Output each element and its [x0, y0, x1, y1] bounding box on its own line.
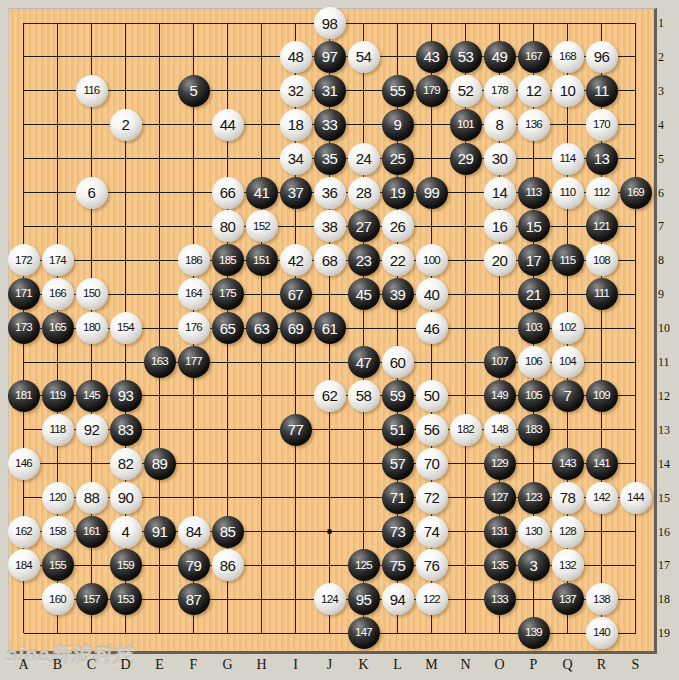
move-number: 10	[560, 83, 576, 98]
move-number: 161	[83, 526, 100, 538]
move-number: 65	[220, 321, 236, 336]
move-number: 73	[390, 524, 406, 539]
move-number: 186	[185, 255, 202, 267]
move-number: 52	[458, 83, 474, 98]
move-number: 22	[390, 253, 406, 268]
move-number: 13	[594, 151, 610, 166]
stone-black-151-H8: 151	[246, 244, 278, 276]
move-number: 139	[525, 627, 542, 639]
stone-black-5-F3: 5	[178, 75, 210, 107]
move-number: 106	[525, 356, 542, 368]
stone-black-155-B17: 155	[42, 549, 74, 581]
stone-black-171-A9: 171	[8, 278, 40, 310]
move-number: 41	[254, 185, 270, 200]
move-number: 152	[253, 221, 270, 233]
stone-black-21-P9: 21	[518, 278, 550, 310]
move-number: 56	[424, 422, 440, 437]
stone-black-59-L12: 59	[382, 380, 414, 412]
move-number: 46	[424, 321, 440, 336]
move-number: 18	[288, 117, 304, 132]
stone-black-13-R5: 13	[586, 143, 618, 175]
move-number: 71	[390, 490, 406, 505]
move-number: 58	[356, 388, 372, 403]
stone-white-160-B18: 160	[42, 583, 74, 615]
col-label-B: B	[47, 657, 69, 673]
move-number: 31	[322, 83, 338, 98]
move-number: 101	[457, 119, 474, 131]
stone-black-95-K18: 95	[348, 583, 380, 615]
move-number: 63	[254, 321, 270, 336]
stone-white-36-J6: 36	[314, 177, 346, 209]
move-number: 164	[185, 288, 202, 300]
stone-white-140-R19: 140	[586, 617, 618, 649]
move-number: 57	[390, 456, 406, 471]
move-number: 17	[526, 253, 542, 268]
stone-white-84-F16: 84	[178, 516, 210, 548]
move-number: 145	[83, 390, 100, 402]
col-label-D: D	[115, 657, 137, 673]
move-number: 83	[118, 422, 134, 437]
stone-black-83-D13: 83	[110, 414, 142, 446]
move-number: 75	[390, 558, 406, 573]
col-label-M: M	[421, 657, 443, 673]
stone-black-53-N2: 53	[450, 41, 482, 73]
stone-black-135-O17: 135	[484, 549, 516, 581]
stone-white-28-K6: 28	[348, 177, 380, 209]
row-label-9: 9	[658, 287, 678, 302]
move-number: 173	[15, 322, 32, 334]
move-number: 118	[50, 424, 66, 436]
move-number: 87	[186, 592, 202, 607]
move-number: 62	[322, 388, 338, 403]
stone-white-150-C9: 150	[76, 278, 108, 310]
move-number: 146	[15, 458, 32, 470]
move-number: 141	[593, 458, 610, 470]
stone-white-166-B9: 166	[42, 278, 74, 310]
move-number: 38	[322, 219, 338, 234]
move-number: 94	[390, 592, 406, 607]
move-number: 150	[83, 288, 100, 300]
move-number: 153	[117, 594, 134, 606]
move-number: 9	[394, 117, 402, 132]
move-number: 131	[491, 526, 508, 538]
stone-black-57-L14: 57	[382, 448, 414, 480]
move-number: 143	[559, 458, 576, 470]
stone-black-183-P13: 183	[518, 414, 550, 446]
move-number: 98	[322, 16, 338, 31]
stone-white-14-O6: 14	[484, 177, 516, 209]
stone-black-175-G9: 175	[212, 278, 244, 310]
stone-white-164-F9: 164	[178, 278, 210, 310]
row-label-5: 5	[658, 152, 678, 167]
move-number: 2	[122, 117, 130, 132]
col-label-F: F	[183, 657, 205, 673]
stone-black-39-L9: 39	[382, 278, 414, 310]
move-number: 72	[424, 490, 440, 505]
stone-black-85-G16: 85	[212, 516, 244, 548]
move-number: 166	[49, 288, 66, 300]
move-number: 54	[356, 49, 372, 64]
move-number: 109	[593, 390, 610, 402]
stone-white-106-P11: 106	[518, 346, 550, 378]
move-number: 155	[49, 560, 66, 572]
col-label-I: I	[285, 657, 307, 673]
stone-black-163-E11: 163	[144, 346, 176, 378]
col-label-Q: Q	[557, 657, 579, 673]
stone-white-186-F8: 186	[178, 244, 210, 276]
stone-white-74-M16: 74	[416, 516, 448, 548]
stone-white-72-M15: 72	[416, 482, 448, 514]
move-number: 158	[49, 526, 66, 538]
stone-black-169-S6: 169	[620, 177, 652, 209]
row-label-3: 3	[658, 84, 678, 99]
move-number: 154	[117, 322, 134, 334]
row-label-15: 15	[658, 491, 678, 506]
col-label-S: S	[625, 657, 647, 673]
row-label-12: 12	[658, 389, 678, 404]
stone-white-176-F10: 176	[178, 312, 210, 344]
move-number: 11	[594, 83, 609, 98]
move-number: 50	[424, 388, 440, 403]
stone-black-43-M2: 43	[416, 41, 448, 73]
stone-white-40-M9: 40	[416, 278, 448, 310]
move-number: 53	[458, 49, 474, 64]
move-number: 37	[288, 185, 304, 200]
move-number: 55	[390, 83, 406, 98]
col-label-C: C	[81, 657, 103, 673]
move-number: 23	[356, 253, 372, 268]
stone-black-29-N5: 29	[450, 143, 482, 175]
go-board-diagram: sina新浪科技 ABCDEFGHIJKLMNOPQRS123456789101…	[0, 0, 679, 680]
stone-white-132-Q17: 132	[552, 549, 584, 581]
stone-white-52-N3: 52	[450, 75, 482, 107]
move-number: 107	[491, 356, 508, 368]
stone-white-124-J18: 124	[314, 583, 346, 615]
stone-black-63-H10: 63	[246, 312, 278, 344]
stone-white-10-Q3: 10	[552, 75, 584, 107]
stone-white-110-Q6: 110	[552, 177, 584, 209]
stone-black-79-F17: 79	[178, 549, 210, 581]
move-number: 163	[151, 356, 168, 368]
stone-black-101-N4: 101	[450, 109, 482, 141]
move-number: 123	[525, 492, 542, 504]
move-number: 151	[253, 255, 270, 267]
stone-black-23-K8: 23	[348, 244, 380, 276]
stone-white-38-J7: 38	[314, 210, 346, 242]
row-label-8: 8	[658, 253, 678, 268]
col-label-A: A	[13, 657, 35, 673]
move-number: 51	[390, 422, 406, 437]
col-label-O: O	[489, 657, 511, 673]
move-number: 183	[525, 424, 542, 436]
stone-black-33-J4: 33	[314, 109, 346, 141]
move-number: 92	[84, 422, 100, 437]
move-number: 105	[525, 390, 542, 402]
stone-white-174-B8: 174	[42, 244, 74, 276]
col-label-K: K	[353, 657, 375, 673]
stone-white-86-G17: 86	[212, 549, 244, 581]
stone-black-77-I13: 77	[280, 414, 312, 446]
stone-white-178-O3: 178	[484, 75, 516, 107]
stone-black-91-E16: 91	[144, 516, 176, 548]
move-number: 182	[457, 424, 474, 436]
stone-black-167-P2: 167	[518, 41, 550, 73]
move-number: 108	[593, 255, 610, 267]
move-number: 147	[355, 627, 372, 639]
stone-black-147-K19: 147	[348, 617, 380, 649]
move-number: 113	[526, 187, 542, 199]
stone-black-45-K9: 45	[348, 278, 380, 310]
col-label-P: P	[523, 657, 545, 673]
stone-white-42-I8: 42	[280, 244, 312, 276]
move-number: 36	[322, 185, 338, 200]
stone-black-165-B10: 165	[42, 312, 74, 344]
stone-black-161-C16: 161	[76, 516, 108, 548]
move-number: 27	[356, 219, 372, 234]
row-label-14: 14	[658, 457, 678, 472]
stone-black-185-G8: 185	[212, 244, 244, 276]
move-number: 142	[593, 492, 610, 504]
move-number: 12	[526, 83, 542, 98]
stone-black-157-C18: 157	[76, 583, 108, 615]
stone-white-80-G7: 80	[212, 210, 244, 242]
stone-black-115-Q8: 115	[552, 244, 584, 276]
move-number: 82	[118, 456, 134, 471]
move-number: 103	[525, 322, 542, 334]
move-number: 67	[288, 287, 304, 302]
stone-white-62-J12: 62	[314, 380, 346, 412]
col-label-G: G	[217, 657, 239, 673]
move-number: 14	[492, 185, 508, 200]
stone-black-127-O15: 127	[484, 482, 516, 514]
move-number: 175	[219, 288, 236, 300]
move-number: 16	[492, 219, 508, 234]
row-label-11: 11	[658, 355, 678, 370]
move-number: 5	[190, 83, 198, 98]
stone-white-56-M13: 56	[416, 414, 448, 446]
stone-white-2-D4: 2	[110, 109, 142, 141]
stone-white-162-A16: 162	[8, 516, 40, 548]
move-number: 132	[559, 560, 576, 572]
stone-white-102-Q10: 102	[552, 312, 584, 344]
stone-white-82-D14: 82	[110, 448, 142, 480]
move-number: 179	[423, 85, 440, 97]
move-number: 115	[560, 255, 576, 267]
stone-black-139-P19: 139	[518, 617, 550, 649]
move-number: 114	[560, 153, 576, 165]
move-number: 165	[49, 322, 66, 334]
stone-black-123-P15: 123	[518, 482, 550, 514]
stone-white-76-M17: 76	[416, 549, 448, 581]
stone-white-120-B15: 120	[42, 482, 74, 514]
move-number: 100	[423, 255, 440, 267]
stone-white-88-C15: 88	[76, 482, 108, 514]
move-number: 59	[390, 388, 406, 403]
stone-white-4-D16: 4	[110, 516, 142, 548]
move-number: 159	[117, 560, 134, 572]
move-number: 91	[152, 524, 168, 539]
move-number: 77	[288, 422, 304, 437]
stone-black-67-I9: 67	[280, 278, 312, 310]
stone-black-87-F18: 87	[178, 583, 210, 615]
stone-white-148-O13: 148	[484, 414, 516, 446]
stone-black-65-G10: 65	[212, 312, 244, 344]
stone-black-137-Q18: 137	[552, 583, 584, 615]
move-number: 40	[424, 287, 440, 302]
move-number: 8	[496, 117, 504, 132]
stone-white-26-L7: 26	[382, 210, 414, 242]
stone-white-50-M12: 50	[416, 380, 448, 412]
stone-black-153-D18: 153	[110, 583, 142, 615]
stone-black-49-O2: 49	[484, 41, 516, 73]
col-label-E: E	[149, 657, 171, 673]
move-number: 121	[593, 221, 610, 233]
move-number: 80	[220, 219, 236, 234]
stone-black-143-Q14: 143	[552, 448, 584, 480]
move-number: 68	[322, 253, 338, 268]
stone-black-75-L17: 75	[382, 549, 414, 581]
move-number: 26	[390, 219, 406, 234]
move-number: 30	[492, 151, 508, 166]
row-label-13: 13	[658, 423, 678, 438]
move-number: 169	[627, 187, 644, 199]
move-number: 35	[322, 151, 338, 166]
col-label-L: L	[387, 657, 409, 673]
move-number: 168	[559, 51, 576, 63]
move-number: 144	[627, 492, 644, 504]
stone-white-146-A14: 146	[8, 448, 40, 480]
move-number: 39	[390, 287, 406, 302]
stone-black-125-K17: 125	[348, 549, 380, 581]
stone-white-154-D10: 154	[110, 312, 142, 344]
stone-black-103-P10: 103	[518, 312, 550, 344]
row-label-19: 19	[658, 626, 678, 641]
move-number: 74	[424, 524, 440, 539]
move-number: 97	[322, 49, 338, 64]
move-number: 33	[322, 117, 338, 132]
move-number: 124	[321, 594, 338, 606]
move-number: 125	[355, 560, 372, 572]
move-number: 28	[356, 185, 372, 200]
move-number: 21	[526, 287, 542, 302]
move-number: 66	[220, 185, 236, 200]
stone-black-35-J5: 35	[314, 143, 346, 175]
move-number: 116	[84, 85, 100, 97]
move-number: 86	[220, 558, 236, 573]
move-number: 160	[49, 594, 66, 606]
stone-white-130-P16: 130	[518, 516, 550, 548]
move-number: 185	[219, 255, 236, 267]
stone-black-7-Q12: 7	[552, 380, 584, 412]
stone-white-136-P4: 136	[518, 109, 550, 141]
stone-black-133-O18: 133	[484, 583, 516, 615]
move-number: 20	[492, 253, 508, 268]
stone-white-34-I5: 34	[280, 143, 312, 175]
stone-white-30-O5: 30	[484, 143, 516, 175]
stone-black-179-M3: 179	[416, 75, 448, 107]
stone-black-99-M6: 99	[416, 177, 448, 209]
stone-white-168-Q2: 168	[552, 41, 584, 73]
stone-white-66-G6: 66	[212, 177, 244, 209]
stone-white-20-O8: 20	[484, 244, 516, 276]
stone-black-159-D17: 159	[110, 549, 142, 581]
row-label-10: 10	[658, 321, 678, 336]
stone-black-55-L3: 55	[382, 75, 414, 107]
move-number: 76	[424, 558, 440, 573]
move-number: 111	[594, 288, 609, 300]
stone-white-108-R8: 108	[586, 244, 618, 276]
col-label-J: J	[319, 657, 341, 673]
stone-white-46-M10: 46	[416, 312, 448, 344]
stone-white-144-S15: 144	[620, 482, 652, 514]
stone-white-22-L8: 22	[382, 244, 414, 276]
stone-black-181-A12: 181	[8, 380, 40, 412]
stone-black-3-P17: 3	[518, 549, 550, 581]
move-number: 99	[424, 185, 440, 200]
move-number: 4	[122, 524, 130, 539]
move-number: 122	[423, 594, 440, 606]
stone-white-78-Q15: 78	[552, 482, 584, 514]
move-number: 130	[525, 526, 542, 538]
stone-black-141-R14: 141	[586, 448, 618, 480]
move-number: 32	[288, 83, 304, 98]
move-number: 167	[525, 51, 542, 63]
stone-white-98-J1: 98	[314, 7, 346, 39]
move-number: 7	[564, 388, 572, 403]
stone-black-11-R3: 11	[586, 75, 618, 107]
stone-white-118-B13: 118	[42, 414, 74, 446]
stone-white-112-R6: 112	[586, 177, 618, 209]
stone-white-58-K12: 58	[348, 380, 380, 412]
stone-white-172-A8: 172	[8, 244, 40, 276]
move-number: 140	[593, 627, 610, 639]
stone-white-116-C3: 116	[76, 75, 108, 107]
move-number: 96	[594, 49, 610, 64]
stone-black-111-R9: 111	[586, 278, 618, 310]
move-number: 90	[118, 490, 134, 505]
stone-black-9-L4: 9	[382, 109, 414, 141]
stone-white-12-P3: 12	[518, 75, 550, 107]
stone-white-182-N13: 182	[450, 414, 482, 446]
move-number: 3	[530, 558, 538, 573]
stone-white-92-C13: 92	[76, 414, 108, 446]
move-number: 102	[559, 322, 576, 334]
stone-black-51-L13: 51	[382, 414, 414, 446]
move-number: 120	[49, 492, 66, 504]
move-number: 174	[49, 255, 66, 267]
stone-black-173-A10: 173	[8, 312, 40, 344]
move-number: 177	[185, 356, 202, 368]
row-label-18: 18	[658, 592, 678, 607]
move-number: 70	[424, 456, 440, 471]
move-number: 128	[559, 526, 576, 538]
move-number: 89	[152, 456, 168, 471]
stone-white-18-I4: 18	[280, 109, 312, 141]
move-number: 136	[525, 119, 542, 131]
stone-black-145-C12: 145	[76, 380, 108, 412]
stone-black-113-P6: 113	[518, 177, 550, 209]
move-number: 184	[15, 560, 32, 572]
row-label-6: 6	[658, 186, 678, 201]
stone-black-93-D12: 93	[110, 380, 142, 412]
stone-white-16-O7: 16	[484, 210, 516, 242]
stone-white-94-L18: 94	[382, 583, 414, 615]
stone-white-90-D15: 90	[110, 482, 142, 514]
move-number: 133	[491, 594, 508, 606]
move-number: 42	[288, 253, 304, 268]
move-number: 172	[15, 255, 32, 267]
move-number: 79	[186, 558, 202, 573]
